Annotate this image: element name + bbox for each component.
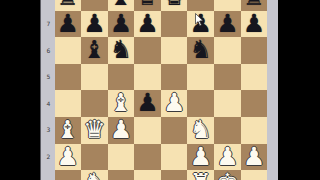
square-e8[interactable]: ♚ <box>161 0 188 11</box>
rank-label-4: 4 <box>44 101 53 107</box>
square-h7[interactable]: ♟ <box>241 11 268 38</box>
square-h1[interactable] <box>241 170 268 180</box>
white-queen[interactable]: ♛ <box>83 117 105 144</box>
square-e7[interactable] <box>161 11 188 38</box>
chess-board[interactable]: ♜♝♛♚♜♟♟♟♟♟♟♟♝♞♞♝♟♟♝♛♟♞♟♟♟♟♞♜♚ <box>55 0 268 180</box>
black-pawn[interactable]: ♟ <box>110 11 132 38</box>
square-c2[interactable] <box>108 144 135 171</box>
square-b5[interactable] <box>81 64 108 91</box>
white-bishop[interactable]: ♝ <box>110 90 132 117</box>
black-knight[interactable]: ♞ <box>190 37 212 64</box>
white-knight[interactable]: ♞ <box>83 170 105 180</box>
square-d2[interactable] <box>134 144 161 171</box>
square-a2[interactable]: ♟ <box>55 144 82 171</box>
black-pawn[interactable]: ♟ <box>83 11 105 38</box>
square-f4[interactable] <box>187 90 214 117</box>
square-g7[interactable]: ♟ <box>214 11 241 38</box>
square-e5[interactable] <box>161 64 188 91</box>
square-c7[interactable]: ♟ <box>108 11 135 38</box>
black-pawn[interactable]: ♟ <box>243 11 265 38</box>
square-g5[interactable] <box>214 64 241 91</box>
white-knight[interactable]: ♞ <box>190 117 212 144</box>
square-a4[interactable] <box>55 90 82 117</box>
white-pawn[interactable]: ♟ <box>110 117 132 144</box>
square-d6[interactable] <box>134 37 161 64</box>
rank-coordinate-gutter: 87654321 <box>41 0 54 180</box>
rank-label-7: 7 <box>44 21 53 27</box>
square-c1[interactable] <box>108 170 135 180</box>
white-pawn[interactable]: ♟ <box>57 144 79 171</box>
square-g3[interactable] <box>214 117 241 144</box>
white-pawn[interactable]: ♟ <box>163 90 185 117</box>
square-c4[interactable]: ♝ <box>108 90 135 117</box>
square-b3[interactable]: ♛ <box>81 117 108 144</box>
square-f5[interactable] <box>187 64 214 91</box>
square-h4[interactable] <box>241 90 268 117</box>
square-e2[interactable] <box>161 144 188 171</box>
square-f3[interactable]: ♞ <box>187 117 214 144</box>
square-a1[interactable] <box>55 170 82 180</box>
square-a3[interactable]: ♝ <box>55 117 82 144</box>
square-h5[interactable] <box>241 64 268 91</box>
square-e4[interactable]: ♟ <box>161 90 188 117</box>
rank-label-3: 3 <box>44 127 53 133</box>
square-b2[interactable] <box>81 144 108 171</box>
black-pawn[interactable]: ♟ <box>57 11 79 38</box>
rank-label-6: 6 <box>44 48 53 54</box>
square-e1[interactable] <box>161 170 188 180</box>
square-f1[interactable]: ♜ <box>187 170 214 180</box>
rank-label-2: 2 <box>44 154 53 160</box>
chess-board-panel: 87654321 ♜♝♛♚♜♟♟♟♟♟♟♟♝♞♞♝♟♟♝♛♟♞♟♟♟♟♞♜♚ <box>40 0 278 180</box>
square-c5[interactable] <box>108 64 135 91</box>
square-d3[interactable] <box>134 117 161 144</box>
square-e3[interactable] <box>161 117 188 144</box>
square-h2[interactable]: ♟ <box>241 144 268 171</box>
square-d4[interactable]: ♟ <box>134 90 161 117</box>
black-knight[interactable]: ♞ <box>110 37 132 64</box>
white-king[interactable]: ♚ <box>216 170 238 180</box>
square-h3[interactable] <box>241 117 268 144</box>
mouse-cursor-icon <box>195 13 204 27</box>
square-g6[interactable] <box>214 37 241 64</box>
rank-label-5: 5 <box>44 74 53 80</box>
square-h6[interactable] <box>241 37 268 64</box>
square-g1[interactable]: ♚ <box>214 170 241 180</box>
black-bishop[interactable]: ♝ <box>83 37 105 64</box>
white-rook[interactable]: ♜ <box>190 170 212 180</box>
square-g2[interactable]: ♟ <box>214 144 241 171</box>
white-pawn[interactable]: ♟ <box>216 144 238 171</box>
black-pawn[interactable]: ♟ <box>136 90 158 117</box>
square-b6[interactable]: ♝ <box>81 37 108 64</box>
square-a7[interactable]: ♟ <box>55 11 82 38</box>
square-a6[interactable] <box>55 37 82 64</box>
square-b4[interactable] <box>81 90 108 117</box>
square-b1[interactable]: ♞ <box>81 170 108 180</box>
black-king[interactable]: ♚ <box>163 0 185 11</box>
square-e6[interactable] <box>161 37 188 64</box>
square-c3[interactable]: ♟ <box>108 117 135 144</box>
screenshot-root: 87654321 ♜♝♛♚♜♟♟♟♟♟♟♟♝♞♞♝♟♟♝♛♟♞♟♟♟♟♞♜♚ <box>0 0 320 180</box>
square-c6[interactable]: ♞ <box>108 37 135 64</box>
square-d1[interactable] <box>134 170 161 180</box>
square-f2[interactable]: ♟ <box>187 144 214 171</box>
white-pawn[interactable]: ♟ <box>190 144 212 171</box>
square-g4[interactable] <box>214 90 241 117</box>
white-pawn[interactable]: ♟ <box>243 144 265 171</box>
square-a5[interactable] <box>55 64 82 91</box>
square-b7[interactable]: ♟ <box>81 11 108 38</box>
black-pawn[interactable]: ♟ <box>136 11 158 38</box>
white-bishop[interactable]: ♝ <box>57 117 79 144</box>
square-f6[interactable]: ♞ <box>187 37 214 64</box>
black-pawn[interactable]: ♟ <box>216 11 238 38</box>
square-d5[interactable] <box>134 64 161 91</box>
square-d7[interactable]: ♟ <box>134 11 161 38</box>
